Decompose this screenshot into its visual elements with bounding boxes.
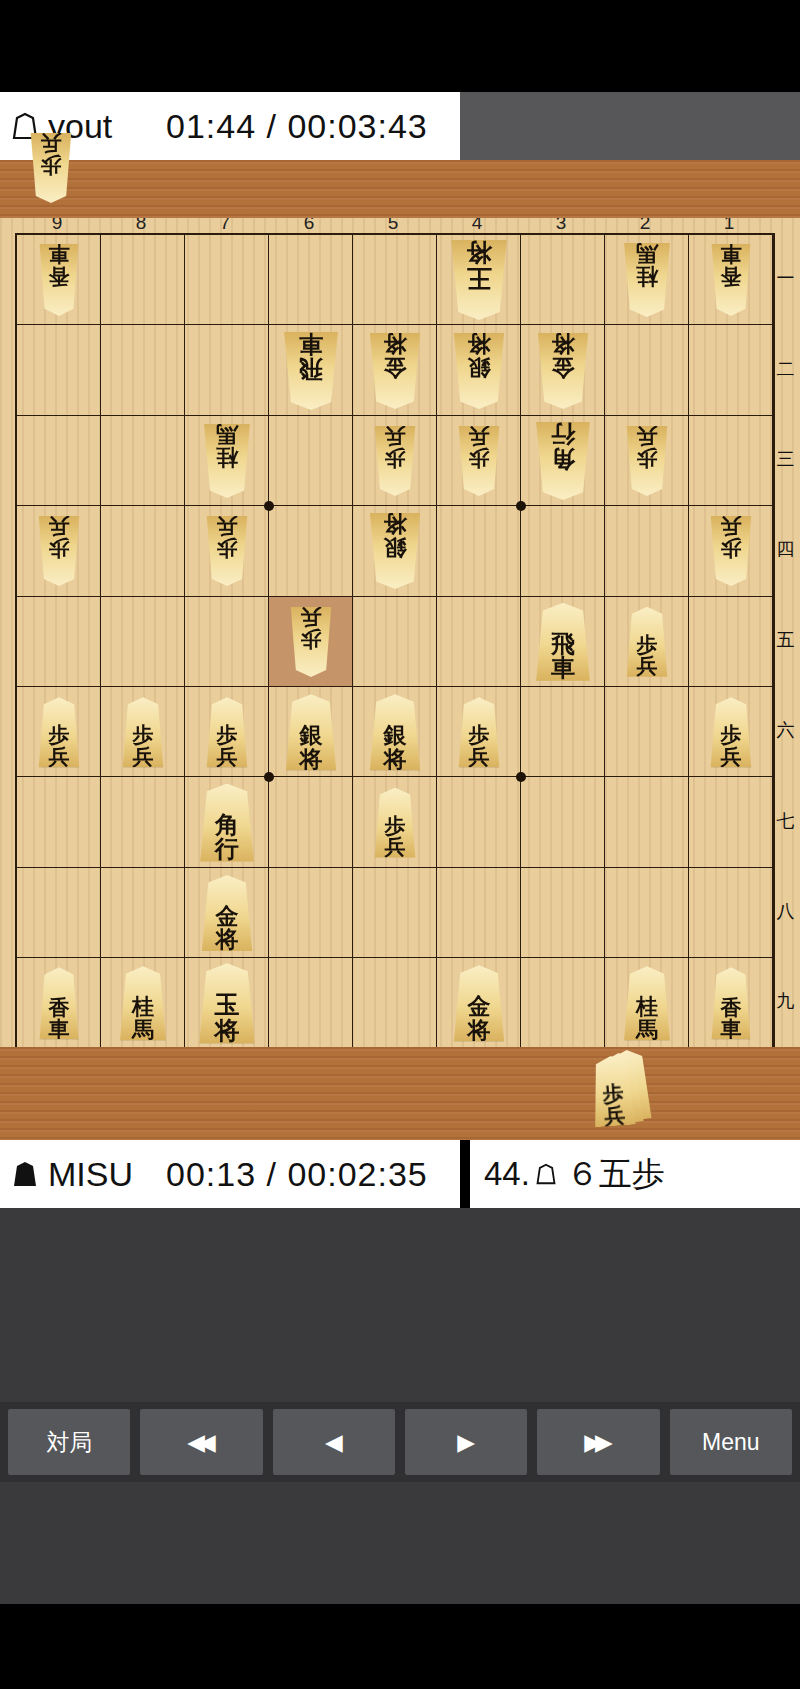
step-back-button[interactable]: ◀ <box>273 1409 395 1475</box>
piece-kanji: 車 <box>49 1018 70 1039</box>
piece-kanji: 歩 <box>637 447 658 468</box>
piece-kanji: 香 <box>49 266 70 287</box>
sente-hand-tray <box>0 1047 800 1140</box>
square-71[interactable] <box>185 235 269 325</box>
piece-kanji: 歩 <box>133 724 154 745</box>
square-23[interactable]: 歩兵 <box>605 416 689 506</box>
square-69[interactable] <box>269 958 353 1048</box>
shogi-app-screen: yout 01:44 / 00:03:43 987654321 一二三四五六七八… <box>0 0 800 1689</box>
move-number: 44. <box>484 1155 530 1193</box>
square-22[interactable] <box>605 325 689 415</box>
square-73[interactable]: 桂馬 <box>185 416 269 506</box>
piece-kanji: 将 <box>384 513 407 536</box>
square-39[interactable] <box>521 958 605 1048</box>
square-96[interactable]: 歩兵 <box>17 687 101 777</box>
square-26[interactable] <box>605 687 689 777</box>
sente-player-bar: MISU 00:13 / 00:02:35 <box>0 1140 460 1208</box>
square-48[interactable] <box>437 868 521 958</box>
square-89[interactable]: 桂馬 <box>101 958 185 1048</box>
square-46[interactable]: 歩兵 <box>437 687 521 777</box>
gote-pawn-piece: 歩兵 <box>456 426 502 496</box>
square-38[interactable] <box>521 868 605 958</box>
start-game-label: 対局 <box>46 1427 92 1458</box>
piece-kanji: 車 <box>721 244 742 265</box>
square-41[interactable]: 王将 <box>437 235 521 325</box>
step-back-icon: ◀ <box>325 1429 343 1456</box>
gote-pawn-piece: 歩兵 <box>204 516 250 586</box>
piece-kanji: 馬 <box>132 1018 154 1040</box>
piece-kanji: 歩 <box>217 538 238 559</box>
piece-kanji: 兵 <box>49 746 70 767</box>
square-62[interactable]: 飛車 <box>269 325 353 415</box>
piece-kanji: 将 <box>468 333 491 356</box>
piece-kanji: 歩 <box>49 538 70 559</box>
gote-pawn-piece: 歩兵 <box>624 426 670 496</box>
sente-piece-filled-icon <box>12 1160 38 1188</box>
square-84[interactable] <box>101 506 185 596</box>
piece-kanji: 兵 <box>721 516 742 537</box>
gote-lance-piece: 香車 <box>37 244 81 316</box>
square-33[interactable]: 角行 <box>521 416 605 506</box>
piece-kanji: 飛 <box>551 632 575 656</box>
gote-silver-piece: 銀将 <box>367 513 424 589</box>
piece-kanji: 歩 <box>469 447 490 468</box>
rank-label-9: 九 <box>771 956 800 1046</box>
piece-kanji: 香 <box>721 997 742 1018</box>
piece-kanji: 兵 <box>603 1104 625 1127</box>
piece-kanji: 歩 <box>637 634 658 655</box>
square-68[interactable] <box>269 868 353 958</box>
piece-kanji: 歩 <box>217 724 238 745</box>
piece-kanji: 将 <box>468 1018 491 1041</box>
piece-kanji: 歩 <box>301 628 322 649</box>
piece-kanji: 将 <box>552 333 575 356</box>
square-81[interactable] <box>101 235 185 325</box>
piece-kanji: 兵 <box>637 655 658 676</box>
square-32[interactable]: 金将 <box>521 325 605 415</box>
piece-kanji: 角 <box>551 446 575 470</box>
square-42[interactable]: 銀将 <box>437 325 521 415</box>
square-57[interactable]: 歩兵 <box>353 777 437 867</box>
square-25[interactable]: 歩兵 <box>605 597 689 687</box>
piece-kanji: 車 <box>299 332 323 356</box>
sente-gold-piece: 金将 <box>451 965 508 1041</box>
square-78[interactable]: 金将 <box>185 868 269 958</box>
sente-silver-piece: 銀将 <box>367 694 424 770</box>
piece-kanji: 歩 <box>41 154 62 175</box>
sente-pawn-piece: 歩兵 <box>204 697 250 767</box>
piece-kanji: 香 <box>49 997 70 1018</box>
square-35[interactable]: 飛車 <box>521 597 605 687</box>
gote-knight-piece: 桂馬 <box>201 424 253 498</box>
piece-kanji: 歩 <box>49 724 70 745</box>
square-17[interactable] <box>689 777 773 867</box>
sente-player-name: MISU <box>48 1155 166 1194</box>
square-44[interactable] <box>437 506 521 596</box>
piece-kanji: 桂 <box>636 266 658 288</box>
square-91[interactable]: 香車 <box>17 235 101 325</box>
piece-kanji: 金 <box>468 994 491 1017</box>
square-58[interactable] <box>353 868 437 958</box>
step-forward-icon: ▶ <box>457 1429 475 1456</box>
piece-kanji: 桂 <box>216 446 238 468</box>
square-65[interactable]: 歩兵 <box>269 597 353 687</box>
sente-pawn-piece: 歩兵 <box>708 697 754 767</box>
last-move-bar: 44. ６五歩 <box>470 1140 800 1208</box>
sente-pawn-piece: 歩兵 <box>456 697 502 767</box>
square-21[interactable]: 桂馬 <box>605 235 689 325</box>
sente-gold-piece: 金将 <box>199 875 256 951</box>
fast-rewind-button[interactable]: ◀◀ <box>140 1409 262 1475</box>
piece-kanji: 馬 <box>636 243 658 265</box>
sente-pawn-piece: 歩兵 <box>36 697 82 767</box>
piece-kanji: 銀 <box>468 356 491 379</box>
square-55[interactable] <box>353 597 437 687</box>
square-88[interactable] <box>101 868 185 958</box>
square-52[interactable]: 金将 <box>353 325 437 415</box>
piece-kanji: 歩 <box>721 724 742 745</box>
piece-kanji: 銀 <box>384 537 407 560</box>
piece-kanji: 将 <box>384 747 407 770</box>
square-86[interactable]: 歩兵 <box>101 687 185 777</box>
square-56[interactable]: 銀将 <box>353 687 437 777</box>
square-11[interactable]: 香車 <box>689 235 773 325</box>
rank-label-1: 一 <box>771 233 800 323</box>
square-79[interactable]: 玉将 <box>185 958 269 1048</box>
board-area: 987654321 一二三四五六七八九 香車王将桂馬香車飛車金将銀将金将桂馬歩兵… <box>0 160 800 1047</box>
rank-label-8: 八 <box>771 866 800 956</box>
square-63[interactable] <box>269 416 353 506</box>
piece-kanji: 香 <box>721 266 742 287</box>
piece-kanji: 王 <box>467 266 492 292</box>
rank-label-4: 四 <box>771 504 800 594</box>
piece-kanji: 車 <box>551 656 575 680</box>
gote-pawn-piece: 歩兵 <box>708 516 754 586</box>
piece-kanji: 兵 <box>133 746 154 767</box>
rank-label-3: 三 <box>771 414 800 504</box>
rank-label-6: 六 <box>771 685 800 775</box>
gote-silver-piece: 銀将 <box>451 333 508 409</box>
sente-pawn-piece: 歩兵 <box>372 788 418 858</box>
square-12[interactable] <box>689 325 773 415</box>
step-forward-button[interactable]: ▶ <box>405 1409 527 1475</box>
piece-kanji: 兵 <box>301 607 322 628</box>
gote-bishop-piece: 角行 <box>533 422 594 500</box>
square-83[interactable] <box>101 416 185 506</box>
fast-rewind-icon: ◀◀ <box>187 1429 208 1456</box>
square-93[interactable] <box>17 416 101 506</box>
square-94[interactable]: 歩兵 <box>17 506 101 596</box>
menu-label: Menu <box>702 1429 760 1456</box>
piece-kanji: 銀 <box>300 723 323 746</box>
gote-knight-piece: 桂馬 <box>621 243 673 317</box>
gote-pawn-piece: 歩兵 <box>372 426 418 496</box>
square-59[interactable] <box>353 958 437 1048</box>
square-47[interactable] <box>437 777 521 867</box>
piece-kanji: 将 <box>216 927 239 950</box>
gote-move-marker-icon <box>536 1163 556 1185</box>
square-16[interactable]: 歩兵 <box>689 687 773 777</box>
toolbar: 対局 ◀◀ ◀ ▶ ▶▶ Menu <box>0 1402 800 1482</box>
piece-kanji: 玉 <box>215 992 240 1018</box>
piece-kanji: 将 <box>467 240 492 266</box>
square-75[interactable] <box>185 597 269 687</box>
sente-king-piece: 玉将 <box>196 963 259 1043</box>
gote-pawn-piece: 歩兵 <box>36 516 82 586</box>
square-85[interactable] <box>101 597 185 687</box>
piece-kanji: 車 <box>49 244 70 265</box>
top-bar-filler <box>460 92 800 160</box>
piece-kanji: 兵 <box>469 426 490 447</box>
sente-pawn-piece: 歩兵 <box>624 607 670 677</box>
sente-lance-piece: 香車 <box>709 967 753 1039</box>
piece-kanji: 金 <box>384 356 407 379</box>
rank-label-2: 二 <box>771 323 800 413</box>
start-game-button[interactable]: 対局 <box>8 1409 130 1475</box>
gote-king-piece: 王将 <box>448 240 511 320</box>
square-74[interactable]: 歩兵 <box>185 506 269 596</box>
square-99[interactable]: 香車 <box>17 958 101 1048</box>
square-92[interactable] <box>17 325 101 415</box>
square-72[interactable] <box>185 325 269 415</box>
piece-kanji: 歩 <box>721 538 742 559</box>
square-14[interactable]: 歩兵 <box>689 506 773 596</box>
sente-knight-piece: 桂馬 <box>621 966 673 1040</box>
piece-kanji: 桂 <box>132 995 154 1017</box>
sente-silver-piece: 銀将 <box>283 694 340 770</box>
piece-kanji: 兵 <box>41 133 62 154</box>
piece-kanji: 金 <box>552 356 575 379</box>
square-49[interactable]: 金将 <box>437 958 521 1048</box>
square-31[interactable] <box>521 235 605 325</box>
gote-gold-piece: 金将 <box>367 333 424 409</box>
square-37[interactable] <box>521 777 605 867</box>
gote-rook-piece: 飛車 <box>281 332 342 410</box>
piece-kanji: 飛 <box>299 356 323 380</box>
piece-kanji: 兵 <box>217 746 238 767</box>
square-34[interactable] <box>521 506 605 596</box>
gote-lance-piece: 香車 <box>709 244 753 316</box>
gote-player-clock: 01:44 / 00:03:43 <box>166 107 428 146</box>
sente-knight-piece: 桂馬 <box>117 966 169 1040</box>
square-76[interactable]: 歩兵 <box>185 687 269 777</box>
shogi-board: 香車王将桂馬香車飛車金将銀将金将桂馬歩兵歩兵角行歩兵歩兵歩兵銀将歩兵歩兵飛車歩兵… <box>15 233 775 1051</box>
square-87[interactable] <box>101 777 185 867</box>
square-43[interactable]: 歩兵 <box>437 416 521 506</box>
piece-kanji: 兵 <box>385 836 406 857</box>
sente-pawn-piece: 歩兵 <box>120 697 166 767</box>
square-67[interactable] <box>269 777 353 867</box>
square-66[interactable]: 銀将 <box>269 687 353 777</box>
gote-gold-piece: 金将 <box>535 333 592 409</box>
square-28[interactable] <box>605 868 689 958</box>
piece-kanji: 行 <box>551 422 575 446</box>
piece-kanji: 兵 <box>217 516 238 537</box>
piece-kanji: 歩 <box>385 447 406 468</box>
square-82[interactable] <box>101 325 185 415</box>
square-36[interactable] <box>521 687 605 777</box>
square-19[interactable]: 香車 <box>689 958 773 1048</box>
rank-label-7: 七 <box>771 775 800 865</box>
square-64[interactable] <box>269 506 353 596</box>
square-61[interactable] <box>269 235 353 325</box>
square-54[interactable]: 銀将 <box>353 506 437 596</box>
move-text: ６五歩 <box>566 1152 665 1197</box>
piece-kanji: 金 <box>216 904 239 927</box>
piece-kanji: 桂 <box>636 995 658 1017</box>
square-27[interactable] <box>605 777 689 867</box>
piece-kanji: 兵 <box>469 746 490 767</box>
piece-kanji: 銀 <box>384 723 407 746</box>
square-98[interactable] <box>17 868 101 958</box>
square-77[interactable]: 角行 <box>185 777 269 867</box>
piece-kanji: 歩 <box>469 724 490 745</box>
square-29[interactable]: 桂馬 <box>605 958 689 1048</box>
square-45[interactable] <box>437 597 521 687</box>
rank-labels: 一二三四五六七八九 <box>771 233 800 1047</box>
piece-kanji: 兵 <box>637 426 658 447</box>
piece-kanji: 将 <box>384 333 407 356</box>
square-18[interactable] <box>689 868 773 958</box>
menu-button[interactable]: Menu <box>670 1409 792 1475</box>
piece-kanji: 将 <box>300 747 323 770</box>
rank-label-5: 五 <box>771 595 800 685</box>
square-15[interactable] <box>689 597 773 687</box>
sente-rook-piece: 飛車 <box>533 603 594 681</box>
piece-kanji: 馬 <box>636 1018 658 1040</box>
square-24[interactable] <box>605 506 689 596</box>
square-53[interactable]: 歩兵 <box>353 416 437 506</box>
sente-lance-piece: 香車 <box>37 967 81 1039</box>
piece-kanji: 兵 <box>721 746 742 767</box>
piece-kanji: 将 <box>215 1018 240 1044</box>
gote-hand-tray <box>0 160 800 218</box>
gote-pawn-piece: 歩兵 <box>288 607 334 677</box>
fast-forward-icon: ▶▶ <box>584 1429 605 1456</box>
sente-player-clock: 00:13 / 00:02:35 <box>166 1155 428 1194</box>
piece-kanji: 歩 <box>385 815 406 836</box>
piece-kanji: 兵 <box>385 426 406 447</box>
square-51[interactable] <box>353 235 437 325</box>
piece-kanji: 馬 <box>216 424 238 446</box>
piece-kanji: 行 <box>215 837 239 861</box>
piece-kanji: 角 <box>215 813 239 837</box>
bottom-nav-area <box>0 1604 800 1689</box>
sente-bishop-piece: 角行 <box>197 784 258 862</box>
piece-kanji: 車 <box>721 1018 742 1039</box>
square-95[interactable] <box>17 597 101 687</box>
fast-forward-button[interactable]: ▶▶ <box>537 1409 659 1475</box>
square-13[interactable] <box>689 416 773 506</box>
piece-kanji: 兵 <box>49 516 70 537</box>
square-97[interactable] <box>17 777 101 867</box>
